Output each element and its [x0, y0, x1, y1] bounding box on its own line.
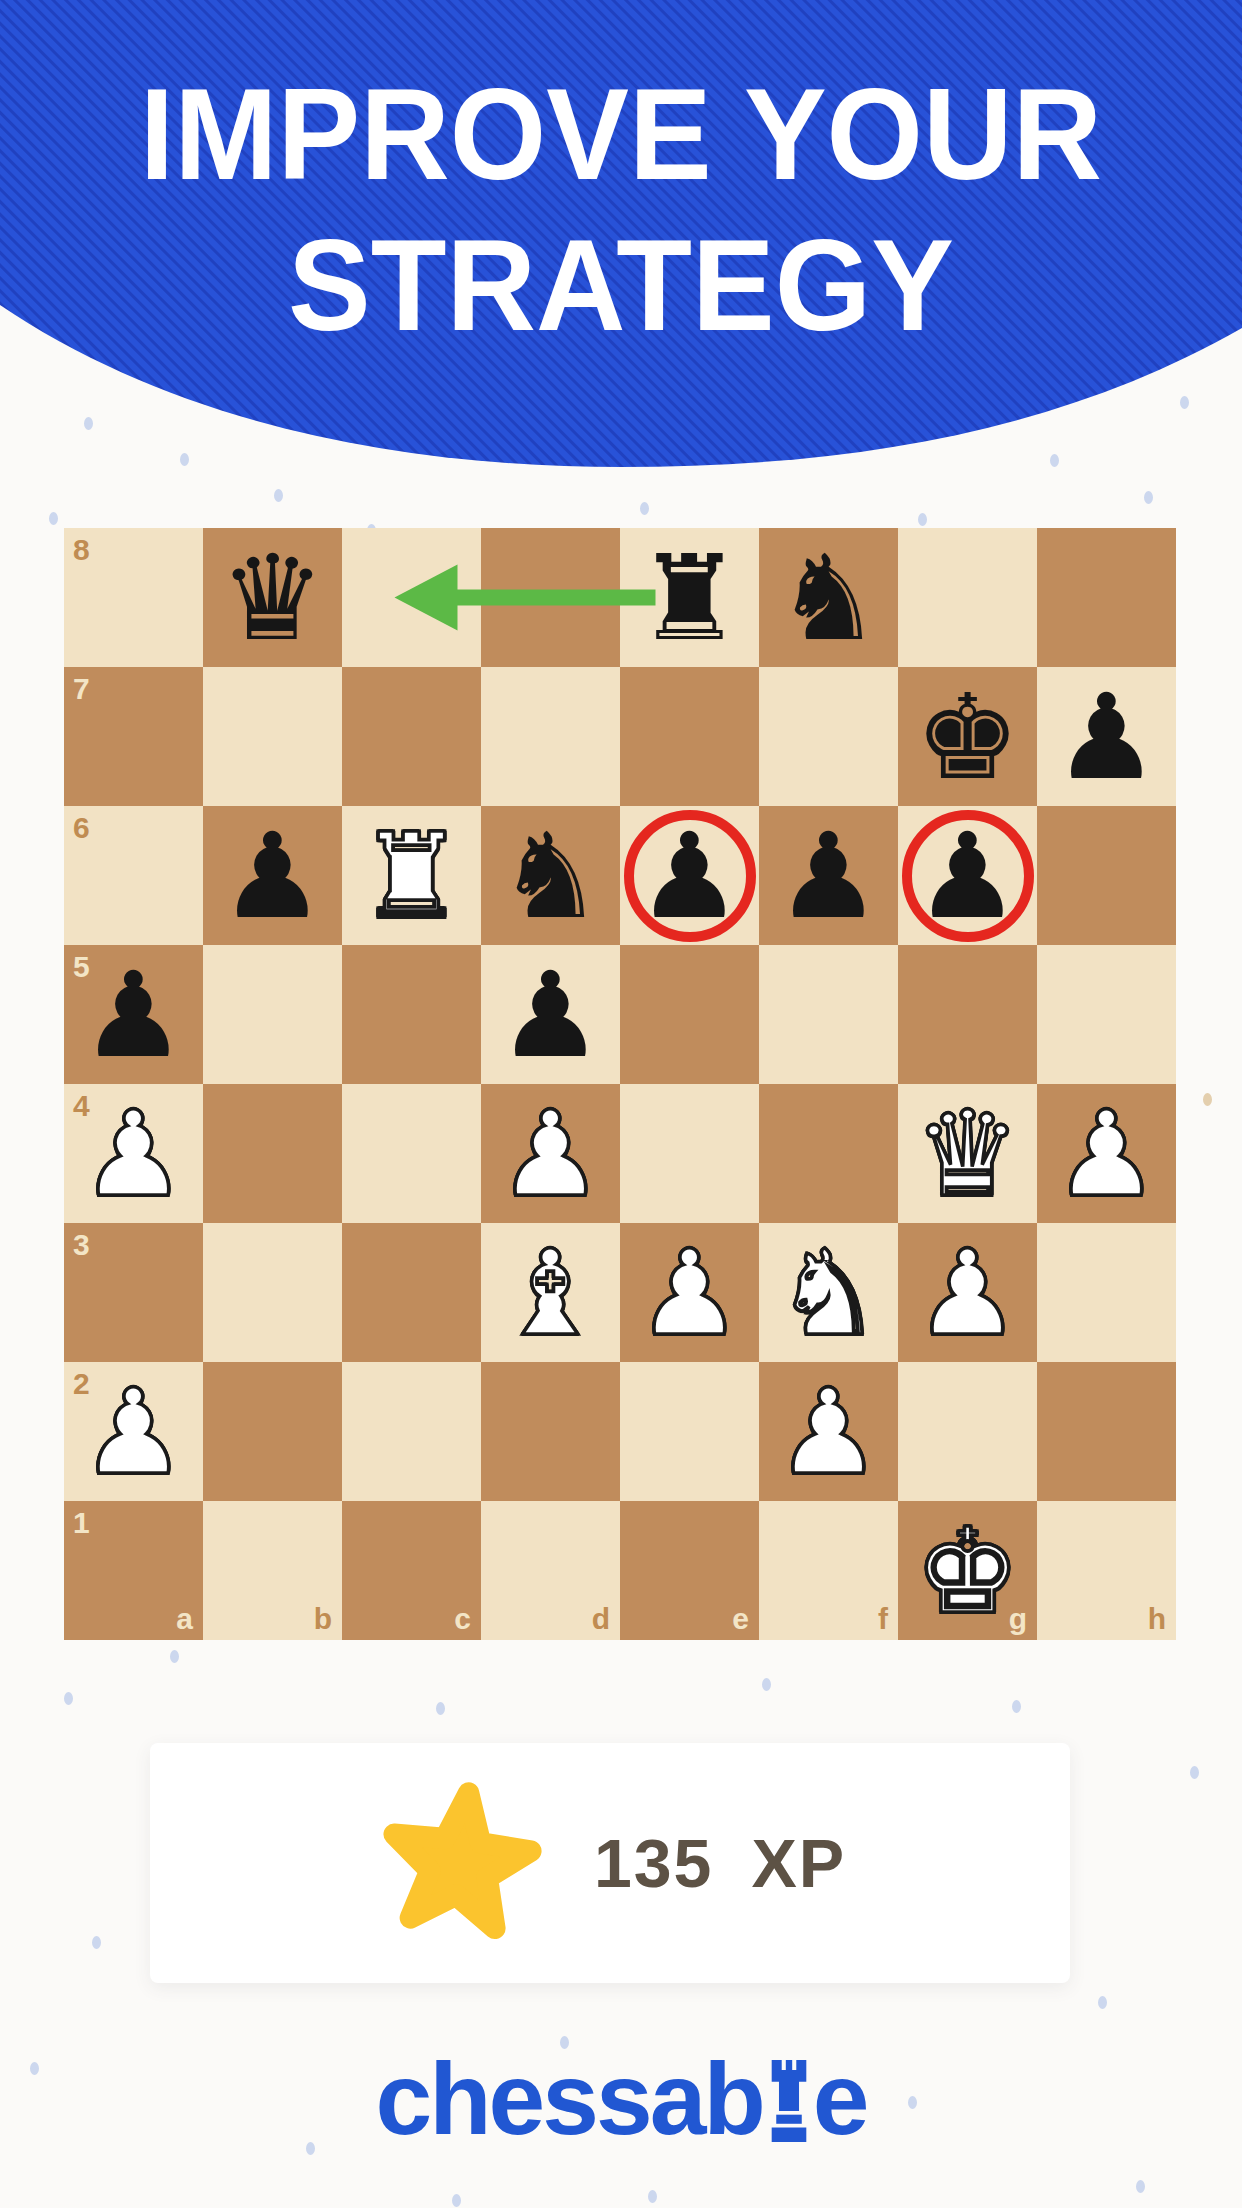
square-g3[interactable]: ♟ — [898, 1223, 1037, 1362]
square-g4[interactable]: ♛ — [898, 1084, 1037, 1223]
rank-label-6: 6 — [73, 813, 90, 843]
square-a7[interactable]: 7 — [64, 667, 203, 806]
square-e8[interactable]: ♜ — [620, 528, 759, 667]
piece-black-p-g6[interactable]: ♟ — [915, 817, 1021, 935]
square-e2[interactable] — [620, 1362, 759, 1501]
square-b8[interactable]: ♛ — [203, 528, 342, 667]
square-b1[interactable]: b — [203, 1501, 342, 1640]
square-c5[interactable] — [342, 945, 481, 1084]
piece-black-p-d5[interactable]: ♟ — [498, 956, 604, 1074]
square-f4[interactable] — [759, 1084, 898, 1223]
square-g1[interactable]: g♚ — [898, 1501, 1037, 1640]
header-title-line2: STRATEGY — [0, 210, 1242, 362]
square-e4[interactable] — [620, 1084, 759, 1223]
square-b5[interactable] — [203, 945, 342, 1084]
rook-icon — [768, 2060, 810, 2142]
piece-black-q-b8[interactable]: ♛ — [220, 539, 326, 657]
square-e3[interactable]: ♟ — [620, 1223, 759, 1362]
background-speck — [1012, 1700, 1021, 1713]
piece-black-p-f6[interactable]: ♟ — [776, 817, 882, 935]
piece-white-p-f2[interactable]: ♟ — [776, 1373, 882, 1491]
header-banner: IMPROVE YOUR STRATEGY — [0, 0, 1242, 480]
square-h7[interactable]: ♟ — [1037, 667, 1176, 806]
square-c6[interactable]: ♜ — [342, 806, 481, 945]
square-d2[interactable] — [481, 1362, 620, 1501]
square-c3[interactable] — [342, 1223, 481, 1362]
square-a6[interactable]: 6 — [64, 806, 203, 945]
piece-black-n-f8[interactable]: ♞ — [776, 539, 882, 657]
background-speck — [452, 2194, 461, 2207]
square-h4[interactable]: ♟ — [1037, 1084, 1176, 1223]
chessable-logo: chessab e — [0, 2048, 1242, 2150]
square-h2[interactable] — [1037, 1362, 1176, 1501]
file-label-e: e — [732, 1604, 749, 1634]
piece-black-n-d6[interactable]: ♞ — [498, 817, 604, 935]
square-d5[interactable]: ♟ — [481, 945, 620, 1084]
background-speck — [1136, 2180, 1145, 2193]
header-title-line1: IMPROVE YOUR — [0, 58, 1242, 210]
square-f5[interactable] — [759, 945, 898, 1084]
square-a8[interactable]: 8 — [64, 528, 203, 667]
square-e1[interactable]: e — [620, 1501, 759, 1640]
background-speck — [436, 1702, 445, 1715]
square-c8[interactable] — [342, 528, 481, 667]
background-speck — [1098, 1996, 1107, 2009]
square-b7[interactable] — [203, 667, 342, 806]
square-d3[interactable]: ♝ — [481, 1223, 620, 1362]
piece-black-p-b6[interactable]: ♟ — [220, 817, 326, 935]
background-speck — [640, 502, 649, 515]
piece-white-p-e3[interactable]: ♟ — [637, 1234, 743, 1352]
square-d8[interactable] — [481, 528, 620, 667]
piece-white-p-a4[interactable]: ♟ — [81, 1095, 187, 1213]
square-h5[interactable] — [1037, 945, 1176, 1084]
background-speck — [49, 512, 58, 525]
square-d1[interactable]: d — [481, 1501, 620, 1640]
file-label-d: d — [592, 1604, 610, 1634]
rank-label-8: 8 — [73, 535, 90, 565]
square-c2[interactable] — [342, 1362, 481, 1501]
square-h8[interactable] — [1037, 528, 1176, 667]
square-a5[interactable]: 5♟ — [64, 945, 203, 1084]
star-icon — [364, 1765, 556, 1961]
square-g7[interactable]: ♚ — [898, 667, 1037, 806]
background-speck — [274, 489, 283, 502]
piece-white-p-h4[interactable]: ♟ — [1054, 1095, 1160, 1213]
file-label-c: c — [454, 1604, 471, 1634]
piece-white-b-d3[interactable]: ♝ — [498, 1234, 604, 1352]
square-c1[interactable]: c — [342, 1501, 481, 1640]
square-b3[interactable] — [203, 1223, 342, 1362]
piece-white-q-g4[interactable]: ♛ — [915, 1095, 1021, 1213]
background-speck — [648, 2190, 657, 2203]
square-f1[interactable]: f — [759, 1501, 898, 1640]
background-speck — [918, 513, 927, 526]
square-f6[interactable]: ♟ — [759, 806, 898, 945]
square-d6[interactable]: ♞ — [481, 806, 620, 945]
background-speck — [92, 1936, 101, 1949]
piece-black-p-e6[interactable]: ♟ — [637, 817, 743, 935]
square-b2[interactable] — [203, 1362, 342, 1501]
logo-text-before: chessab — [376, 2048, 763, 2150]
square-b6[interactable]: ♟ — [203, 806, 342, 945]
square-a2[interactable]: 2♟ — [64, 1362, 203, 1501]
square-b4[interactable] — [203, 1084, 342, 1223]
square-f3[interactable]: ♞ — [759, 1223, 898, 1362]
square-a4[interactable]: 4♟ — [64, 1084, 203, 1223]
header-title: IMPROVE YOUR STRATEGY — [0, 58, 1242, 362]
background-speck — [170, 1650, 179, 1663]
square-d7[interactable] — [481, 667, 620, 806]
file-label-a: a — [176, 1604, 193, 1634]
xp-unit: XP — [751, 1825, 846, 1901]
square-h1[interactable]: h — [1037, 1501, 1176, 1640]
piece-black-r-e8[interactable]: ♜ — [637, 539, 743, 657]
square-h6[interactable] — [1037, 806, 1176, 945]
background-speck — [762, 1678, 771, 1691]
piece-black-k-g7[interactable]: ♚ — [915, 678, 1021, 796]
xp-points: 135 — [594, 1825, 713, 1901]
square-d4[interactable]: ♟ — [481, 1084, 620, 1223]
square-f7[interactable] — [759, 667, 898, 806]
piece-black-p-h7[interactable]: ♟ — [1054, 678, 1160, 796]
rank-label-3: 3 — [73, 1230, 90, 1260]
chess-board[interactable]: 8♛♜♞7♚♟6♟♜♞♟♟♟5♟♟4♟♟♛♟3♝♟♞♟2♟♟1abcdefg♚h — [64, 528, 1176, 1640]
square-e7[interactable] — [620, 667, 759, 806]
square-c4[interactable] — [342, 1084, 481, 1223]
piece-white-n-f3[interactable]: ♞ — [776, 1234, 882, 1352]
background-speck — [1190, 1766, 1199, 1779]
piece-white-p-a2[interactable]: ♟ — [81, 1373, 187, 1491]
square-c7[interactable] — [342, 667, 481, 806]
square-f2[interactable]: ♟ — [759, 1362, 898, 1501]
square-f8[interactable]: ♞ — [759, 528, 898, 667]
piece-white-r-c6[interactable]: ♜ — [359, 817, 465, 935]
rank-label-7: 7 — [73, 674, 90, 704]
piece-white-p-d4[interactable]: ♟ — [498, 1095, 604, 1213]
square-g6[interactable]: ♟ — [898, 806, 1037, 945]
square-e6[interactable]: ♟ — [620, 806, 759, 945]
background-speck — [1144, 491, 1153, 504]
piece-black-p-a5[interactable]: ♟ — [81, 956, 187, 1074]
file-label-h: h — [1148, 1604, 1166, 1634]
xp-reward-card: 135XP — [150, 1743, 1070, 1983]
xp-value: 135XP — [594, 1824, 846, 1902]
piece-white-k-g1[interactable]: ♚ — [915, 1512, 1021, 1630]
square-g5[interactable] — [898, 945, 1037, 1084]
square-e5[interactable] — [620, 945, 759, 1084]
file-label-b: b — [314, 1604, 332, 1634]
background-speck — [1203, 1093, 1212, 1106]
square-g2[interactable] — [898, 1362, 1037, 1501]
logo-text-after: e — [813, 2048, 867, 2150]
square-g8[interactable] — [898, 528, 1037, 667]
file-label-f: f — [878, 1604, 888, 1634]
square-a1[interactable]: 1a — [64, 1501, 203, 1640]
square-a3[interactable]: 3 — [64, 1223, 203, 1362]
background-speck — [64, 1692, 73, 1705]
rank-label-1: 1 — [73, 1508, 90, 1538]
piece-white-p-g3[interactable]: ♟ — [915, 1234, 1021, 1352]
square-h3[interactable] — [1037, 1223, 1176, 1362]
